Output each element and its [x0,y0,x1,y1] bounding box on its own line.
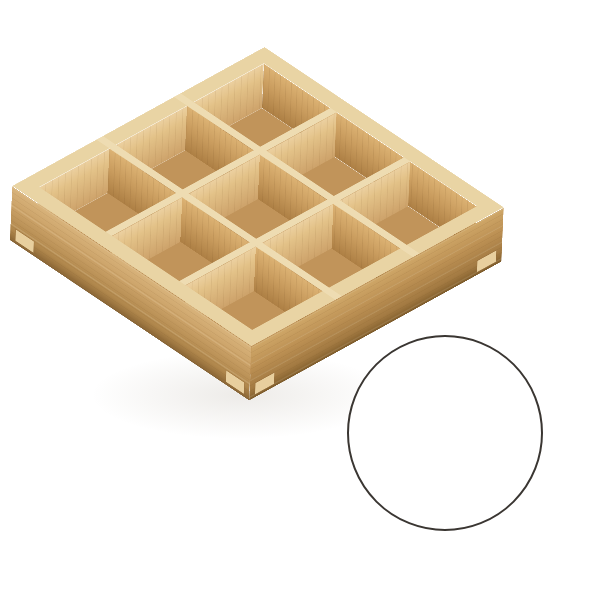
zoom-inset-view [347,335,543,531]
finger-joint-notch [15,230,33,253]
product-photo [0,0,600,600]
bamboo-tray-board [12,47,504,346]
finger-joint-notch [477,251,496,272]
board-grid [12,47,504,346]
zoom-inset-circle [347,335,543,531]
